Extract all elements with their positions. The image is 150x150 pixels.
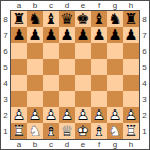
piece-glyph-fill: ♚ [75,11,91,27]
square-h4[interactable] [123,75,139,91]
rank-label-8: 8 [3,15,7,24]
corner-bottom-left [1,140,10,149]
file-label-e: e [81,140,85,149]
piece-black-bishop[interactable]: ♝ [91,11,107,27]
square-e8[interactable]: ♚ [75,11,91,27]
piece-white-bishop[interactable]: ♝♗ [43,123,59,139]
square-g1[interactable]: ♞♘ [107,123,123,139]
square-g5[interactable] [107,59,123,75]
square-a7[interactable]: ♟ [11,27,27,43]
piece-glyph-outline: ♙ [107,107,123,123]
rank-label-5: 5 [142,63,146,72]
square-e3[interactable] [75,91,91,107]
file-label-h: h [129,1,133,10]
piece-glyph-outline: ♙ [11,107,27,123]
corner-top-left [1,1,10,10]
file-label-a: a [17,140,21,149]
piece-white-knight[interactable]: ♞♘ [27,123,43,139]
piece-glyph-fill: ♛ [59,11,75,27]
square-b4[interactable] [27,75,43,91]
square-g4[interactable] [107,75,123,91]
square-c4[interactable] [43,75,59,91]
piece-white-pawn[interactable]: ♟♙ [27,107,43,123]
piece-white-bishop[interactable]: ♝♗ [91,123,107,139]
square-c3[interactable] [43,91,59,107]
piece-glyph-fill: ♟ [27,27,43,43]
file-label-f: f [98,1,100,10]
piece-glyph-outline: ♙ [75,107,91,123]
piece-glyph-outline: ♗ [91,123,107,139]
square-a4[interactable] [11,75,27,91]
square-g2[interactable]: ♟♙ [107,107,123,123]
rank-label-4: 4 [142,79,146,88]
square-c6[interactable] [43,43,59,59]
square-f8[interactable]: ♝ [91,11,107,27]
piece-black-pawn[interactable]: ♟ [107,27,123,43]
file-label-f: f [98,140,100,149]
square-h2[interactable]: ♟♙ [123,107,139,123]
rank-label-2: 2 [3,111,7,120]
file-labels-top: abcdefgh [10,1,140,10]
piece-white-pawn[interactable]: ♟♙ [91,107,107,123]
piece-white-queen[interactable]: ♛♕ [59,123,75,139]
square-d6[interactable] [59,43,75,59]
rank-labels-left: 87654321 [1,10,10,140]
chess-board-frame: abcdefgh 87654321 ♜♞♝♛♚♝♞♜♟♟♟♟♟♟♟♟♟♙♟♙♟♙… [0,0,150,150]
piece-black-rook[interactable]: ♜ [11,11,27,27]
piece-black-rook[interactable]: ♜ [123,11,139,27]
piece-glyph-outline: ♘ [27,123,43,139]
square-g8[interactable]: ♞ [107,11,123,27]
square-h3[interactable] [123,91,139,107]
piece-glyph-fill: ♟ [123,27,139,43]
corner-top-right [140,1,149,10]
square-b3[interactable] [27,91,43,107]
rank-label-7: 7 [142,31,146,40]
piece-black-pawn[interactable]: ♟ [75,27,91,43]
square-h1[interactable]: ♜♖ [123,123,139,139]
corner-bottom-right [140,140,149,149]
square-a8[interactable]: ♜ [11,11,27,27]
rank-label-3: 3 [3,95,7,104]
piece-white-pawn[interactable]: ♟♙ [11,107,27,123]
piece-white-pawn[interactable]: ♟♙ [123,107,139,123]
square-d7[interactable]: ♟ [59,27,75,43]
square-c1[interactable]: ♝♗ [43,123,59,139]
piece-glyph-outline: ♖ [123,123,139,139]
piece-glyph-fill: ♟ [43,27,59,43]
square-h8[interactable]: ♜ [123,11,139,27]
square-d8[interactable]: ♛ [59,11,75,27]
file-labels-bottom: abcdefgh [10,140,140,149]
rank-label-4: 4 [3,79,7,88]
piece-glyph-fill: ♝ [43,11,59,27]
square-h6[interactable] [123,43,139,59]
piece-glyph-outline: ♕ [59,123,75,139]
rank-label-1: 1 [142,127,146,136]
piece-glyph-fill: ♜ [11,11,27,27]
rank-label-8: 8 [142,15,146,24]
piece-black-knight[interactable]: ♞ [27,11,43,27]
piece-glyph-outline: ♙ [91,107,107,123]
rank-label-3: 3 [142,95,146,104]
square-c2[interactable]: ♟♙ [43,107,59,123]
square-f6[interactable] [91,43,107,59]
file-label-a: a [17,1,21,10]
piece-glyph-outline: ♘ [107,123,123,139]
square-e1[interactable]: ♚♔ [75,123,91,139]
square-e7[interactable]: ♟ [75,27,91,43]
square-c8[interactable]: ♝ [43,11,59,27]
file-label-e: e [81,1,85,10]
square-d3[interactable] [59,91,75,107]
square-g7[interactable]: ♟ [107,27,123,43]
rank-label-6: 6 [142,47,146,56]
square-b7[interactable]: ♟ [27,27,43,43]
rank-label-2: 2 [142,111,146,120]
piece-black-pawn[interactable]: ♟ [123,27,139,43]
file-label-c: c [49,140,53,149]
piece-glyph-outline: ♙ [123,107,139,123]
piece-white-pawn[interactable]: ♟♙ [107,107,123,123]
square-g6[interactable] [107,43,123,59]
file-label-d: d [65,1,69,10]
square-a2[interactable]: ♟♙ [11,107,27,123]
file-label-h: h [129,140,133,149]
square-b2[interactable]: ♟♙ [27,107,43,123]
piece-glyph-outline: ♖ [11,123,27,139]
piece-glyph-fill: ♟ [91,27,107,43]
piece-glyph-fill: ♜ [123,11,139,27]
piece-glyph-outline: ♙ [43,107,59,123]
piece-black-pawn[interactable]: ♟ [11,27,27,43]
square-b6[interactable] [27,43,43,59]
square-d1[interactable]: ♛♕ [59,123,75,139]
piece-glyph-fill: ♟ [75,27,91,43]
piece-black-bishop[interactable]: ♝ [43,11,59,27]
square-f2[interactable]: ♟♙ [91,107,107,123]
square-e2[interactable]: ♟♙ [75,107,91,123]
file-label-g: g [113,140,117,149]
rank-label-7: 7 [3,31,7,40]
square-f4[interactable] [91,75,107,91]
square-d2[interactable]: ♟♙ [59,107,75,123]
file-label-b: b [33,140,37,149]
rank-labels-right: 87654321 [140,10,149,140]
square-a6[interactable] [11,43,27,59]
piece-glyph-outline: ♙ [59,107,75,123]
piece-glyph-fill: ♟ [59,27,75,43]
file-label-d: d [65,140,69,149]
piece-black-knight[interactable]: ♞ [107,11,123,27]
square-e4[interactable] [75,75,91,91]
square-d4[interactable] [59,75,75,91]
square-e5[interactable] [75,59,91,75]
piece-glyph-fill: ♟ [107,27,123,43]
square-c7[interactable]: ♟ [43,27,59,43]
file-label-c: c [49,1,53,10]
piece-white-king[interactable]: ♚♔ [75,123,91,139]
piece-glyph-outline: ♙ [27,107,43,123]
file-label-g: g [113,1,117,10]
square-e6[interactable] [75,43,91,59]
rank-label-1: 1 [3,127,7,136]
square-f3[interactable] [91,91,107,107]
piece-white-knight[interactable]: ♞♘ [107,123,123,139]
piece-black-pawn[interactable]: ♟ [59,27,75,43]
piece-black-pawn[interactable]: ♟ [27,27,43,43]
square-a5[interactable] [11,59,27,75]
square-f1[interactable]: ♝♗ [91,123,107,139]
square-a1[interactable]: ♜♖ [11,123,27,139]
square-f7[interactable]: ♟ [91,27,107,43]
square-c5[interactable] [43,59,59,75]
piece-glyph-outline: ♔ [75,123,91,139]
file-label-b: b [33,1,37,10]
piece-white-pawn[interactable]: ♟♙ [43,107,59,123]
piece-white-rook[interactable]: ♜♖ [11,123,27,139]
piece-glyph-fill: ♟ [11,27,27,43]
rank-label-5: 5 [3,63,7,72]
square-b8[interactable]: ♞ [27,11,43,27]
square-b5[interactable] [27,59,43,75]
chess-board: ♜♞♝♛♚♝♞♜♟♟♟♟♟♟♟♟♟♙♟♙♟♙♟♙♟♙♟♙♟♙♟♙♜♖♞♘♝♗♛♕… [10,10,140,140]
piece-glyph-fill: ♝ [91,11,107,27]
piece-glyph-fill: ♞ [27,11,43,27]
square-h5[interactable] [123,59,139,75]
piece-glyph-fill: ♞ [107,11,123,27]
square-b1[interactable]: ♞♘ [27,123,43,139]
piece-white-pawn[interactable]: ♟♙ [75,107,91,123]
piece-black-pawn[interactable]: ♟ [43,27,59,43]
piece-glyph-outline: ♗ [43,123,59,139]
piece-black-king[interactable]: ♚ [75,11,91,27]
square-a3[interactable] [11,91,27,107]
piece-white-rook[interactable]: ♜♖ [123,123,139,139]
piece-black-pawn[interactable]: ♟ [91,27,107,43]
square-h7[interactable]: ♟ [123,27,139,43]
square-d5[interactable] [59,59,75,75]
square-f5[interactable] [91,59,107,75]
rank-label-6: 6 [3,47,7,56]
square-g3[interactable] [107,91,123,107]
piece-white-pawn[interactable]: ♟♙ [59,107,75,123]
piece-black-queen[interactable]: ♛ [59,11,75,27]
